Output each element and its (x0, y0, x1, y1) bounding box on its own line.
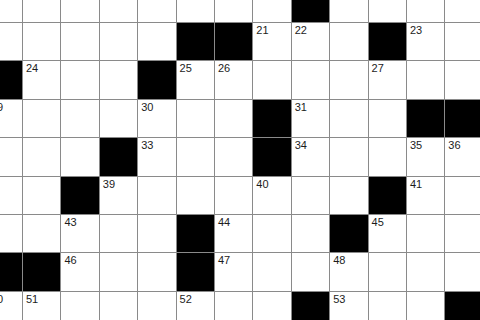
cell-r7c9[interactable]: 48 (330, 253, 368, 291)
cell-r2c10[interactable]: 27 (369, 61, 407, 99)
cell-r0c4[interactable] (138, 0, 176, 23)
clue-number: 43 (64, 217, 76, 228)
cell-r6c3[interactable] (100, 215, 138, 253)
cell-r3c5[interactable] (177, 100, 215, 138)
cell-r6c2[interactable]: 43 (61, 215, 99, 253)
clue-number: 51 (26, 294, 38, 305)
clue-number: 40 (256, 179, 268, 190)
cell-r0c3[interactable] (100, 0, 138, 23)
cell-r1c2[interactable] (61, 23, 99, 61)
black-cell-r7c5 (177, 253, 215, 291)
cell-r0c0[interactable] (0, 0, 23, 23)
cell-r1c8[interactable]: 22 (292, 23, 330, 61)
cell-r4c11[interactable]: 35 (407, 138, 445, 176)
cell-r2c5[interactable]: 25 (177, 61, 215, 99)
clue-number: 21 (256, 25, 268, 36)
cell-r2c12[interactable] (445, 61, 480, 99)
black-cell-r2c4 (138, 61, 176, 99)
cell-r6c7[interactable] (253, 215, 291, 253)
black-cell-r3c12 (445, 100, 480, 138)
cell-r5c1[interactable] (23, 177, 61, 215)
cell-r4c1[interactable] (23, 138, 61, 176)
cell-r4c9[interactable] (330, 138, 368, 176)
clue-number: 33 (141, 140, 153, 151)
black-cell-r2c0 (0, 61, 23, 99)
black-cell-r4c7 (253, 138, 291, 176)
clue-number: 23 (410, 25, 422, 36)
cell-r5c11[interactable]: 41 (407, 177, 445, 215)
cell-r1c12[interactable] (445, 23, 480, 61)
black-cell-r7c1 (23, 253, 61, 291)
cell-r8c11[interactable] (407, 292, 445, 320)
cell-r5c7[interactable]: 40 (253, 177, 291, 215)
cell-r5c8[interactable] (292, 177, 330, 215)
cell-r2c3[interactable] (100, 61, 138, 99)
black-cell-r1c6 (215, 23, 253, 61)
cell-r3c3[interactable] (100, 100, 138, 138)
cell-r6c8[interactable] (292, 215, 330, 253)
cell-r6c12[interactable] (445, 215, 480, 253)
cell-r0c7[interactable] (253, 0, 291, 23)
cell-r7c12[interactable] (445, 253, 480, 291)
cell-r3c1[interactable] (23, 100, 61, 138)
cell-r5c9[interactable] (330, 177, 368, 215)
clue-number: 36 (448, 140, 460, 151)
cell-r2c2[interactable] (61, 61, 99, 99)
cell-r1c3[interactable] (100, 23, 138, 61)
cell-r1c7[interactable]: 21 (253, 23, 291, 61)
cell-r8c0[interactable]: 50 (0, 292, 23, 320)
black-cell-r8c12 (445, 292, 480, 320)
cell-r8c3[interactable] (100, 292, 138, 320)
cell-r3c2[interactable] (61, 100, 99, 138)
cell-r6c1[interactable] (23, 215, 61, 253)
cell-r4c5[interactable] (177, 138, 215, 176)
clue-number: 26 (218, 63, 230, 74)
black-cell-r3c11 (407, 100, 445, 138)
black-cell-r1c5 (177, 23, 215, 61)
cell-r1c0[interactable] (0, 23, 23, 61)
black-cell-r3c7 (253, 100, 291, 138)
cell-r0c5[interactable] (177, 0, 215, 23)
cell-r2c9[interactable] (330, 61, 368, 99)
cell-r4c0[interactable] (0, 138, 23, 176)
black-cell-r8c8 (292, 292, 330, 320)
cell-r0c2[interactable] (61, 0, 99, 23)
cell-r1c1[interactable] (23, 23, 61, 61)
black-cell-r1c10 (369, 23, 407, 61)
cell-r4c10[interactable] (369, 138, 407, 176)
cell-r1c11[interactable]: 23 (407, 23, 445, 61)
clue-number: 45 (372, 217, 384, 228)
cell-r0c11[interactable] (407, 0, 445, 23)
clue-number: 22 (295, 25, 307, 36)
cell-r2c1[interactable]: 24 (23, 61, 61, 99)
cell-r3c6[interactable] (215, 100, 253, 138)
clue-number: 29 (0, 102, 3, 113)
clue-number: 30 (141, 102, 153, 113)
cell-r5c0[interactable] (0, 177, 23, 215)
cell-r5c4[interactable] (138, 177, 176, 215)
black-cell-r5c2 (61, 177, 99, 215)
cell-r7c3[interactable] (100, 253, 138, 291)
black-cell-r4c3 (100, 138, 138, 176)
clue-number: 52 (180, 294, 192, 305)
black-cell-r7c0 (0, 253, 23, 291)
cell-r1c4[interactable] (138, 23, 176, 61)
cell-r2c8[interactable] (292, 61, 330, 99)
cell-r1c9[interactable] (330, 23, 368, 61)
cell-r0c10[interactable] (369, 0, 407, 23)
cell-r8c10[interactable] (369, 292, 407, 320)
cell-r7c2[interactable]: 46 (61, 253, 99, 291)
black-cell-r6c9 (330, 215, 368, 253)
cell-r3c8[interactable]: 31 (292, 100, 330, 138)
cell-r8c2[interactable] (61, 292, 99, 320)
clue-number: 47 (218, 255, 230, 266)
clue-number: 34 (295, 140, 307, 151)
cell-r5c6[interactable] (215, 177, 253, 215)
black-cell-r0c8 (292, 0, 330, 23)
cell-r4c6[interactable] (215, 138, 253, 176)
cell-r3c9[interactable] (330, 100, 368, 138)
cell-r0c9[interactable] (330, 0, 368, 23)
cell-r6c10[interactable]: 45 (369, 215, 407, 253)
clue-number: 46 (64, 255, 76, 266)
cell-r7c6[interactable]: 47 (215, 253, 253, 291)
clue-number: 50 (0, 294, 3, 305)
cell-r5c5[interactable] (177, 177, 215, 215)
cell-r3c10[interactable] (369, 100, 407, 138)
cell-r2c6[interactable]: 26 (215, 61, 253, 99)
cell-r4c8[interactable]: 34 (292, 138, 330, 176)
clue-number: 24 (26, 63, 38, 74)
cell-r8c7[interactable] (253, 292, 291, 320)
clue-number: 53 (333, 294, 345, 305)
cell-r6c6[interactable]: 44 (215, 215, 253, 253)
clue-number: 48 (333, 255, 345, 266)
clue-number: 35 (410, 140, 422, 151)
cell-r7c7[interactable] (253, 253, 291, 291)
cell-r0c1[interactable] (23, 0, 61, 23)
cell-r4c2[interactable] (61, 138, 99, 176)
clue-number: 25 (180, 63, 192, 74)
clue-number: 27 (372, 63, 384, 74)
cell-r7c4[interactable] (138, 253, 176, 291)
cell-r7c8[interactable] (292, 253, 330, 291)
cell-r6c11[interactable] (407, 215, 445, 253)
cell-r8c1[interactable]: 51 (23, 292, 61, 320)
cell-r4c4[interactable]: 33 (138, 138, 176, 176)
cell-r7c10[interactable] (369, 253, 407, 291)
cell-r6c4[interactable] (138, 215, 176, 253)
cell-r5c3[interactable]: 39 (100, 177, 138, 215)
cell-r8c6[interactable] (215, 292, 253, 320)
cell-r8c9[interactable]: 53 (330, 292, 368, 320)
black-cell-r5c10 (369, 177, 407, 215)
black-cell-r6c5 (177, 215, 215, 253)
crossword-board: 2122232425262729303133343536394041434445… (0, 0, 480, 320)
cell-r3c4[interactable]: 30 (138, 100, 176, 138)
cell-r4c12[interactable]: 36 (445, 138, 480, 176)
cell-r2c7[interactable] (253, 61, 291, 99)
clue-number: 41 (410, 179, 422, 190)
cell-r2c11[interactable] (407, 61, 445, 99)
clue-number: 44 (218, 217, 230, 228)
clue-number: 39 (103, 179, 115, 190)
cell-r8c5[interactable]: 52 (177, 292, 215, 320)
cell-r0c6[interactable] (215, 0, 253, 23)
cell-r0c12[interactable] (445, 0, 480, 23)
cell-r8c4[interactable] (138, 292, 176, 320)
cell-r6c0[interactable] (0, 215, 23, 253)
clue-number: 31 (295, 102, 307, 113)
cell-r7c11[interactable] (407, 253, 445, 291)
cell-r5c12[interactable] (445, 177, 480, 215)
cell-r3c0[interactable]: 29 (0, 100, 23, 138)
